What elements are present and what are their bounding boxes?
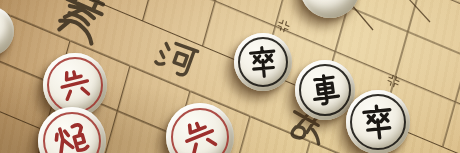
xiangqi-board-photo: 楚河漢 卒兵車卒兵炮 bbox=[0, 0, 460, 153]
xiangqi-board[interactable] bbox=[0, 0, 460, 153]
